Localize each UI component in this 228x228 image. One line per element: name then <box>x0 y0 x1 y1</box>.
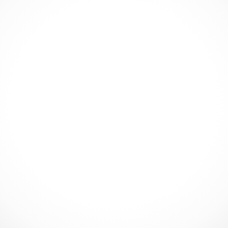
photo-caption <box>0 0 1 1</box>
product-photo <box>0 0 228 228</box>
